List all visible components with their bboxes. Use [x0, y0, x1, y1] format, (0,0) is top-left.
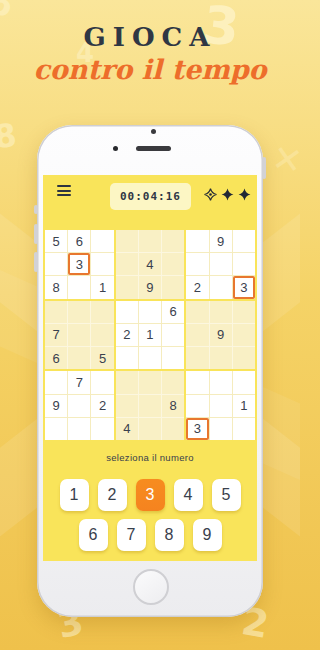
- sudoku-box: 49: [116, 230, 185, 299]
- sudoku-box: 792: [45, 371, 114, 440]
- sudoku-cell[interactable]: [210, 253, 232, 275]
- sudoku-cell[interactable]: [210, 276, 232, 298]
- sudoku-cell[interactable]: [68, 301, 90, 323]
- sudoku-cell[interactable]: [45, 253, 67, 275]
- sudoku-cell[interactable]: [186, 347, 208, 369]
- sensor-dot: [113, 146, 118, 151]
- sudoku-cell[interactable]: [210, 347, 232, 369]
- speaker-slit: [136, 146, 171, 151]
- sudoku-cell[interactable]: [45, 301, 67, 323]
- sudoku-cell[interactable]: [139, 301, 161, 323]
- sudoku-cell[interactable]: 4: [139, 253, 161, 275]
- sudoku-cell[interactable]: 1: [91, 276, 113, 298]
- sudoku-cell[interactable]: [233, 347, 255, 369]
- sudoku-cell[interactable]: 3: [68, 253, 90, 275]
- prompt-label: seleziona il numero: [43, 452, 257, 464]
- camera-dot: [151, 129, 156, 134]
- volume-down-button: [34, 252, 38, 272]
- sudoku-cell[interactable]: 7: [68, 371, 90, 393]
- sudoku-cell[interactable]: [210, 371, 232, 393]
- sudoku-cell[interactable]: [210, 395, 232, 417]
- sudoku-cell[interactable]: [116, 301, 138, 323]
- sudoku-cell[interactable]: 9: [45, 395, 67, 417]
- sudoku-cell[interactable]: [116, 276, 138, 298]
- hint-star-filled-icon: [221, 187, 234, 200]
- sudoku-cell[interactable]: [162, 371, 184, 393]
- sudoku-cell[interactable]: [139, 418, 161, 440]
- sudoku-cell[interactable]: 5: [91, 347, 113, 369]
- sudoku-cell[interactable]: 9: [139, 276, 161, 298]
- sudoku-cell[interactable]: [68, 347, 90, 369]
- sudoku-cell[interactable]: 3: [233, 276, 255, 298]
- sudoku-cell[interactable]: [186, 301, 208, 323]
- hint-star-outline-icon: [204, 187, 217, 200]
- hamburger-icon: [57, 185, 71, 187]
- sudoku-cell[interactable]: [116, 253, 138, 275]
- keypad-key-4[interactable]: 4: [174, 479, 203, 511]
- sudoku-cell[interactable]: 1: [139, 324, 161, 346]
- sudoku-cell[interactable]: [139, 371, 161, 393]
- page-subtitle: contro il tempo: [0, 54, 300, 85]
- sudoku-cell[interactable]: 3: [186, 418, 208, 440]
- keypad-row-1: 12345: [43, 479, 257, 511]
- sudoku-cell[interactable]: [116, 230, 138, 252]
- sudoku-cell[interactable]: [162, 324, 184, 346]
- sudoku-box: 13: [186, 371, 255, 440]
- timer-display: 00:04:16: [110, 183, 191, 210]
- sudoku-cell[interactable]: [233, 371, 255, 393]
- decor-numeral: 8: [0, 119, 18, 154]
- keypad-key-1[interactable]: 1: [60, 479, 89, 511]
- sudoku-board: 563814992376562197928413: [45, 230, 255, 440]
- sudoku-cell[interactable]: 2: [116, 324, 138, 346]
- page-title: GIOCA: [0, 22, 300, 52]
- hamburger-icon: [57, 194, 71, 196]
- sudoku-cell[interactable]: [162, 253, 184, 275]
- sudoku-cell[interactable]: [116, 395, 138, 417]
- keypad-key-2[interactable]: 2: [98, 479, 127, 511]
- keypad-key-7[interactable]: 7: [117, 519, 146, 551]
- sudoku-cell[interactable]: 6: [45, 347, 67, 369]
- sudoku-cell[interactable]: [91, 324, 113, 346]
- sudoku-cell[interactable]: [162, 418, 184, 440]
- keypad-key-6[interactable]: 6: [79, 519, 108, 551]
- sudoku-cell[interactable]: [68, 276, 90, 298]
- sudoku-box: 56381: [45, 230, 114, 299]
- sudoku-cell[interactable]: [139, 230, 161, 252]
- sudoku-cell[interactable]: 6: [68, 230, 90, 252]
- hints-indicator: [204, 187, 251, 200]
- sudoku-cell[interactable]: [91, 301, 113, 323]
- sudoku-cell[interactable]: 9: [210, 230, 232, 252]
- sudoku-cell[interactable]: [162, 230, 184, 252]
- keypad-key-3[interactable]: 3: [136, 479, 165, 511]
- keypad-key-9[interactable]: 9: [193, 519, 222, 551]
- sudoku-box: 84: [116, 371, 185, 440]
- menu-button[interactable]: [57, 185, 72, 197]
- sudoku-box: 923: [186, 230, 255, 299]
- sudoku-cell[interactable]: 4: [116, 418, 138, 440]
- sudoku-cell[interactable]: [162, 347, 184, 369]
- sudoku-cell[interactable]: [233, 418, 255, 440]
- sudoku-cell[interactable]: [186, 230, 208, 252]
- sudoku-cell[interactable]: [210, 301, 232, 323]
- power-button: [262, 157, 266, 179]
- sudoku-cell[interactable]: [116, 371, 138, 393]
- sudoku-cell[interactable]: [91, 230, 113, 252]
- sudoku-box: 9: [186, 301, 255, 370]
- sudoku-cell[interactable]: [91, 253, 113, 275]
- home-button[interactable]: [133, 569, 169, 605]
- marketing-header: GIOCA contro il tempo: [0, 0, 300, 85]
- sudoku-cell[interactable]: [91, 418, 113, 440]
- sudoku-cell[interactable]: [68, 395, 90, 417]
- sudoku-cell[interactable]: 5: [45, 230, 67, 252]
- keypad-key-8[interactable]: 8: [155, 519, 184, 551]
- sudoku-cell[interactable]: 8: [45, 276, 67, 298]
- sudoku-cell[interactable]: [186, 324, 208, 346]
- sudoku-cell[interactable]: [210, 418, 232, 440]
- sudoku-cell[interactable]: 2: [91, 395, 113, 417]
- sudoku-cell[interactable]: [116, 347, 138, 369]
- sudoku-cell[interactable]: [68, 418, 90, 440]
- sudoku-box: 765: [45, 301, 114, 370]
- sudoku-cell[interactable]: [162, 276, 184, 298]
- sudoku-cell[interactable]: 2: [186, 276, 208, 298]
- sudoku-cell[interactable]: 8: [162, 395, 184, 417]
- sudoku-cell[interactable]: [233, 324, 255, 346]
- sudoku-cell[interactable]: [45, 371, 67, 393]
- sudoku-cell[interactable]: [186, 253, 208, 275]
- sudoku-cell[interactable]: [186, 395, 208, 417]
- sudoku-cell[interactable]: [91, 371, 113, 393]
- sudoku-cell[interactable]: 6: [162, 301, 184, 323]
- sudoku-cell[interactable]: [233, 230, 255, 252]
- sudoku-cell[interactable]: 7: [45, 324, 67, 346]
- sudoku-cell[interactable]: [233, 301, 255, 323]
- sudoku-cell[interactable]: [68, 324, 90, 346]
- app-screen: 00:04:16 563814992376562197928413 selezi…: [43, 175, 257, 561]
- hamburger-icon: [57, 190, 71, 192]
- sudoku-cell[interactable]: 9: [210, 324, 232, 346]
- sudoku-cell[interactable]: [139, 347, 161, 369]
- keypad-row-2: 6789: [43, 519, 257, 551]
- decor-numeral: ✕: [269, 140, 300, 181]
- iphone-frame: 00:04:16 563814992376562197928413 selezi…: [37, 125, 263, 617]
- sudoku-cell[interactable]: 1: [233, 395, 255, 417]
- sudoku-cell[interactable]: [139, 395, 161, 417]
- mute-switch: [34, 205, 38, 214]
- hint-star-filled-icon: [238, 187, 251, 200]
- volume-up-button: [34, 224, 38, 244]
- sudoku-cell[interactable]: [233, 253, 255, 275]
- sudoku-cell[interactable]: [45, 418, 67, 440]
- keypad-key-5[interactable]: 5: [212, 479, 241, 511]
- sudoku-cell[interactable]: [186, 371, 208, 393]
- sudoku-box: 621: [116, 301, 185, 370]
